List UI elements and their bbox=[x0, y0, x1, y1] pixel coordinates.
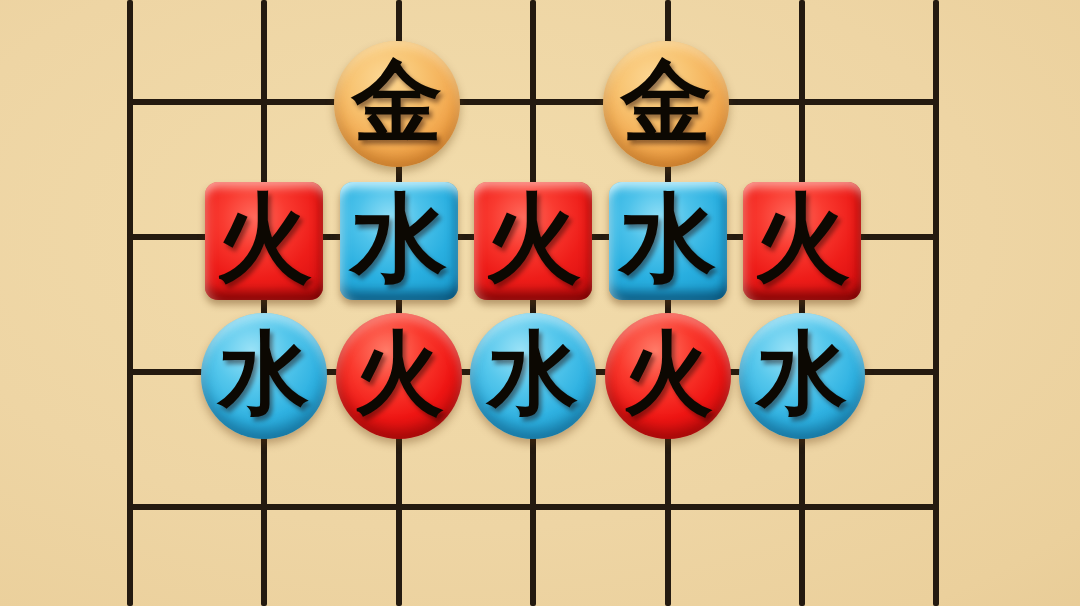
piece-glyph: 水 bbox=[488, 329, 578, 419]
fire-circle-piece-r2c4[interactable]: 火 bbox=[605, 313, 731, 439]
fire-square-piece-r1c5[interactable]: 火 bbox=[743, 182, 861, 300]
piece-glyph: 金 bbox=[352, 57, 442, 147]
grid-vertical-line-6 bbox=[799, 0, 805, 606]
water-square-piece-r1c4[interactable]: 水 bbox=[609, 182, 727, 300]
metal-circle-piece-r0c4[interactable]: 金 bbox=[603, 41, 729, 167]
piece-glyph: 水 bbox=[351, 191, 447, 287]
grid-vertical-line-2 bbox=[261, 0, 267, 606]
fire-circle-piece-r2c2[interactable]: 火 bbox=[336, 313, 462, 439]
piece-glyph: 火 bbox=[754, 191, 850, 287]
grid-vertical-line-4 bbox=[530, 0, 536, 606]
piece-glyph: 金 bbox=[621, 57, 711, 147]
game-board: 金金火水火水火水火水火水 bbox=[0, 0, 1080, 606]
grid-vertical-line-1 bbox=[127, 0, 133, 606]
piece-glyph: 水 bbox=[219, 329, 309, 419]
water-square-piece-r1c2[interactable]: 水 bbox=[340, 182, 458, 300]
grid-horizontal-line-1 bbox=[127, 99, 939, 105]
piece-glyph: 火 bbox=[216, 191, 312, 287]
piece-glyph: 水 bbox=[620, 191, 716, 287]
water-circle-piece-r2c1[interactable]: 水 bbox=[201, 313, 327, 439]
grid-vertical-line-7 bbox=[933, 0, 939, 606]
water-circle-piece-r2c3[interactable]: 水 bbox=[470, 313, 596, 439]
piece-glyph: 火 bbox=[354, 329, 444, 419]
fire-square-piece-r1c1[interactable]: 火 bbox=[205, 182, 323, 300]
piece-glyph: 水 bbox=[757, 329, 847, 419]
metal-circle-piece-r0c2[interactable]: 金 bbox=[334, 41, 460, 167]
grid-horizontal-line-4 bbox=[127, 504, 939, 510]
fire-square-piece-r1c3[interactable]: 火 bbox=[474, 182, 592, 300]
piece-glyph: 火 bbox=[485, 191, 581, 287]
piece-glyph: 火 bbox=[623, 329, 713, 419]
water-circle-piece-r2c5[interactable]: 水 bbox=[739, 313, 865, 439]
